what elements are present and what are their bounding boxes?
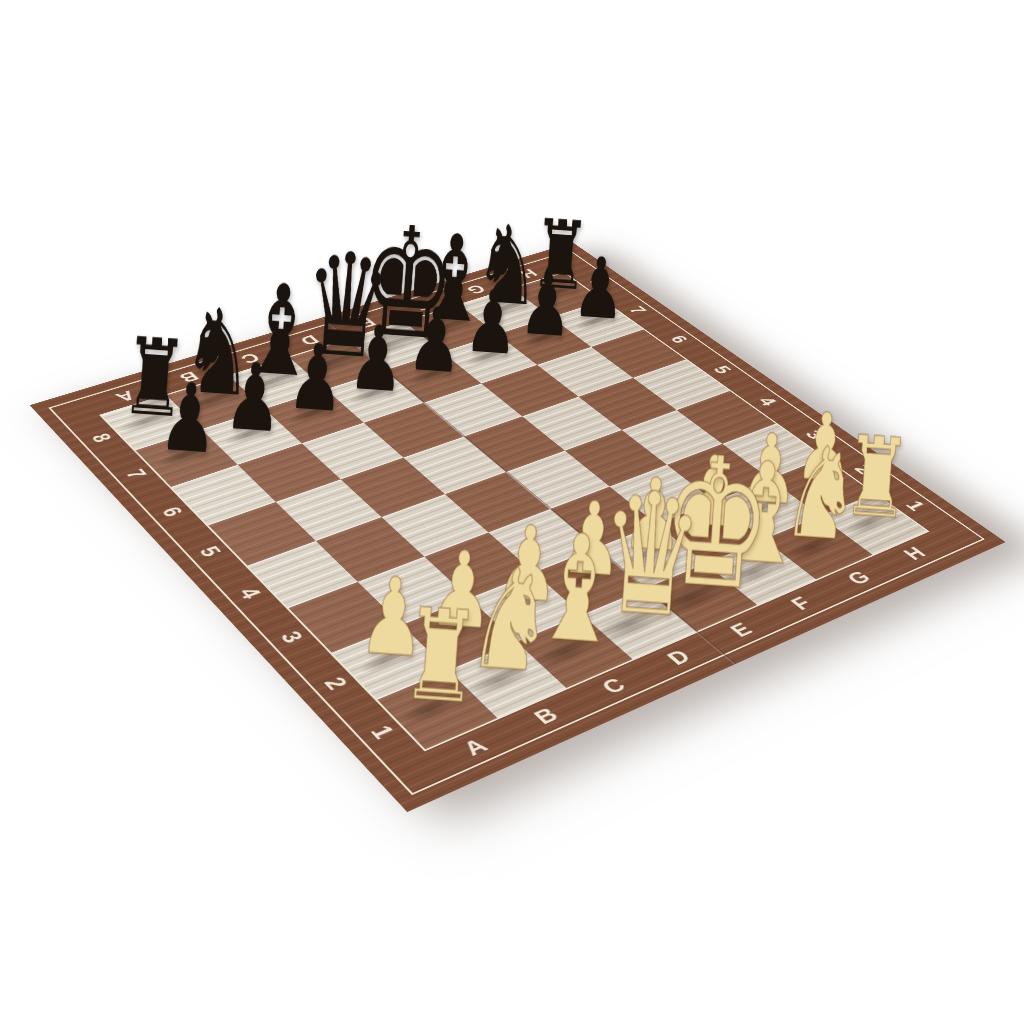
white-rook-icon: ♜ — [390, 603, 492, 710]
photo-scene: ABCDEFGH ABCDEFGH 87654321 87654321 ♜♞♝♛… — [0, 0, 1024, 1024]
black-pawn-icon: ♟ — [146, 378, 233, 459]
chessboard: ABCDEFGH ABCDEFGH 87654321 87654321 ♜♞♝♛… — [30, 242, 1006, 812]
perspective-camera: ABCDEFGH ABCDEFGH 87654321 87654321 ♜♞♝♛… — [0, 0, 1024, 1024]
